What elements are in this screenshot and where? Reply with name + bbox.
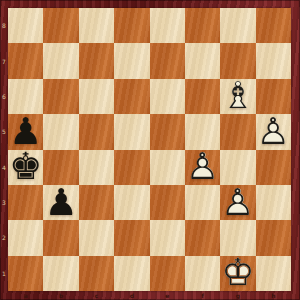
square-a3[interactable] (8, 185, 43, 220)
square-d6[interactable] (114, 79, 149, 114)
square-f8[interactable] (185, 8, 220, 43)
square-a8[interactable] (8, 8, 43, 43)
rank-label-4: 4 (0, 150, 8, 185)
square-c7[interactable] (79, 43, 114, 78)
square-d3[interactable] (114, 185, 149, 220)
rank-label-3: 3 (0, 185, 8, 220)
white-pawn-h5[interactable]: ♟♙ (256, 114, 291, 149)
piece-glyph: ♚ (9, 148, 42, 185)
square-b3[interactable]: ♟ (43, 185, 78, 220)
black-king-a4[interactable]: ♚ (8, 150, 43, 185)
square-h5[interactable]: ♟♙ (256, 114, 291, 149)
rank-label-7: 7 (0, 43, 8, 78)
square-c5[interactable] (79, 114, 114, 149)
piece-outline-glyph: ♙ (186, 148, 219, 185)
square-c8[interactable] (79, 8, 114, 43)
rank-label-5: 5 (0, 114, 8, 149)
square-e1[interactable] (150, 256, 185, 291)
file-label-c: c (79, 291, 114, 300)
piece-outline-glyph: ♗ (221, 77, 254, 114)
square-d8[interactable] (114, 8, 149, 43)
rank-label-8: 8 (0, 8, 8, 43)
square-f3[interactable] (185, 185, 220, 220)
black-pawn-b3[interactable]: ♟ (43, 185, 78, 220)
square-b6[interactable] (43, 79, 78, 114)
square-d5[interactable] (114, 114, 149, 149)
square-b8[interactable] (43, 8, 78, 43)
square-e6[interactable] (150, 79, 185, 114)
square-e3[interactable] (150, 185, 185, 220)
square-d2[interactable] (114, 220, 149, 255)
piece-outline-glyph: ♙ (221, 183, 254, 220)
square-e4[interactable] (150, 150, 185, 185)
square-g3[interactable]: ♟♙ (220, 185, 255, 220)
piece-glyph: ♟ (44, 183, 77, 220)
square-h1[interactable] (256, 256, 291, 291)
square-d7[interactable] (114, 43, 149, 78)
file-label-b: b (43, 291, 78, 300)
square-f7[interactable] (185, 43, 220, 78)
chessboard-frame: 87654321 ♝♗♟♟♙♚♟♙♟♟♙♚♔ abcdefgh (0, 0, 300, 300)
white-pawn-f4[interactable]: ♟♙ (185, 150, 220, 185)
square-g8[interactable] (220, 8, 255, 43)
file-label-a: a (8, 291, 43, 300)
square-h3[interactable] (256, 185, 291, 220)
white-pawn-g3[interactable]: ♟♙ (220, 185, 255, 220)
square-c2[interactable] (79, 220, 114, 255)
white-bishop-g6[interactable]: ♝♗ (220, 79, 255, 114)
square-b5[interactable] (43, 114, 78, 149)
square-b2[interactable] (43, 220, 78, 255)
piece-outline-glyph: ♙ (257, 113, 290, 150)
square-a7[interactable] (8, 43, 43, 78)
file-label-f: f (185, 291, 220, 300)
square-c3[interactable] (79, 185, 114, 220)
square-e8[interactable] (150, 8, 185, 43)
square-b1[interactable] (43, 256, 78, 291)
square-b7[interactable] (43, 43, 78, 78)
rank-label-1: 1 (0, 256, 8, 291)
rank-label-2: 2 (0, 220, 8, 255)
square-d4[interactable] (114, 150, 149, 185)
white-king-g1[interactable]: ♚♔ (220, 256, 255, 291)
square-a4[interactable]: ♚ (8, 150, 43, 185)
square-a2[interactable] (8, 220, 43, 255)
square-d1[interactable] (114, 256, 149, 291)
rank-label-6: 6 (0, 79, 8, 114)
square-g1[interactable]: ♚♔ (220, 256, 255, 291)
square-h4[interactable] (256, 150, 291, 185)
square-f4[interactable]: ♟♙ (185, 150, 220, 185)
piece-outline-glyph: ♔ (221, 254, 254, 291)
file-label-e: e (150, 291, 185, 300)
square-e2[interactable] (150, 220, 185, 255)
square-g6[interactable]: ♝♗ (220, 79, 255, 114)
chess-board: ♝♗♟♟♙♚♟♙♟♟♙♚♔ (8, 8, 291, 291)
square-e7[interactable] (150, 43, 185, 78)
square-a1[interactable] (8, 256, 43, 291)
square-c1[interactable] (79, 256, 114, 291)
square-c6[interactable] (79, 79, 114, 114)
square-e5[interactable] (150, 114, 185, 149)
square-f2[interactable] (185, 220, 220, 255)
square-h8[interactable] (256, 8, 291, 43)
square-h2[interactable] (256, 220, 291, 255)
square-f6[interactable] (185, 79, 220, 114)
file-label-h: h (256, 291, 291, 300)
square-c4[interactable] (79, 150, 114, 185)
square-g5[interactable] (220, 114, 255, 149)
square-f1[interactable] (185, 256, 220, 291)
rank-labels: 87654321 (0, 8, 8, 291)
square-h7[interactable] (256, 43, 291, 78)
file-label-d: d (114, 291, 149, 300)
